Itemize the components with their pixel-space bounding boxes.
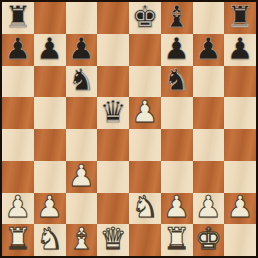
square-e4[interactable] (129, 129, 161, 161)
square-f7[interactable]: ♟ (161, 34, 193, 66)
square-c8[interactable] (66, 2, 98, 34)
square-c1[interactable]: ♝ (66, 224, 98, 256)
square-c4[interactable] (66, 129, 98, 161)
piece-white-rook-a1[interactable]: ♜ (4, 224, 31, 254)
square-a1[interactable]: ♜ (2, 224, 34, 256)
square-a4[interactable] (2, 129, 34, 161)
square-e6[interactable] (129, 66, 161, 98)
square-f5[interactable] (161, 97, 193, 129)
piece-black-pawn-c7[interactable]: ♟ (68, 34, 95, 64)
square-e5[interactable]: ♟ (129, 97, 161, 129)
square-b2[interactable]: ♟ (34, 193, 66, 225)
piece-white-king-g1[interactable]: ♚ (195, 224, 222, 254)
square-g3[interactable] (193, 161, 225, 193)
piece-white-pawn-e5[interactable]: ♟ (131, 97, 158, 127)
square-h1[interactable] (224, 224, 256, 256)
square-c6[interactable]: ♞ (66, 66, 98, 98)
square-a2[interactable]: ♟ (2, 193, 34, 225)
piece-black-pawn-f7[interactable]: ♟ (163, 34, 190, 64)
square-f2[interactable]: ♟ (161, 193, 193, 225)
square-e8[interactable]: ♚ (129, 2, 161, 34)
square-a5[interactable] (2, 97, 34, 129)
square-e1[interactable] (129, 224, 161, 256)
square-g6[interactable] (193, 66, 225, 98)
piece-black-pawn-b7[interactable]: ♟ (36, 34, 63, 64)
square-g5[interactable] (193, 97, 225, 129)
square-e2[interactable]: ♞ (129, 193, 161, 225)
square-b5[interactable] (34, 97, 66, 129)
square-h8[interactable]: ♜ (224, 2, 256, 34)
square-d5[interactable]: ♛ (97, 97, 129, 129)
square-a3[interactable] (2, 161, 34, 193)
piece-black-bishop-f8[interactable]: ♝ (163, 2, 190, 32)
square-f1[interactable]: ♜ (161, 224, 193, 256)
square-c5[interactable] (66, 97, 98, 129)
square-c2[interactable] (66, 193, 98, 225)
square-c3[interactable]: ♟ (66, 161, 98, 193)
square-g8[interactable] (193, 2, 225, 34)
square-c7[interactable]: ♟ (66, 34, 98, 66)
piece-white-pawn-f2[interactable]: ♟ (163, 193, 190, 223)
square-d4[interactable] (97, 129, 129, 161)
square-d1[interactable]: ♛ (97, 224, 129, 256)
chess-board-frame: ♜♚♝♜♟♟♟♟♟♟♞♞♛♟♟♟♟♞♟♟♟♜♞♝♛♜♚ (0, 0, 258, 258)
square-h2[interactable]: ♟ (224, 193, 256, 225)
piece-white-knight-b1[interactable]: ♞ (36, 224, 63, 254)
piece-white-queen-d1[interactable]: ♛ (100, 224, 127, 254)
square-f3[interactable] (161, 161, 193, 193)
square-h4[interactable] (224, 129, 256, 161)
square-h7[interactable]: ♟ (224, 34, 256, 66)
piece-black-rook-a8[interactable]: ♜ (4, 2, 31, 32)
square-h6[interactable] (224, 66, 256, 98)
square-b8[interactable] (34, 2, 66, 34)
piece-black-pawn-h7[interactable]: ♟ (227, 34, 254, 64)
piece-black-king-e8[interactable]: ♚ (131, 2, 158, 32)
piece-white-bishop-c1[interactable]: ♝ (68, 224, 95, 254)
square-b3[interactable] (34, 161, 66, 193)
square-d6[interactable] (97, 66, 129, 98)
piece-white-rook-f1[interactable]: ♜ (163, 224, 190, 254)
piece-black-knight-f6[interactable]: ♞ (163, 66, 190, 96)
square-f6[interactable]: ♞ (161, 66, 193, 98)
square-b4[interactable] (34, 129, 66, 161)
square-e7[interactable] (129, 34, 161, 66)
square-f4[interactable] (161, 129, 193, 161)
piece-black-pawn-a7[interactable]: ♟ (4, 34, 31, 64)
square-d2[interactable] (97, 193, 129, 225)
square-g2[interactable]: ♟ (193, 193, 225, 225)
square-d3[interactable] (97, 161, 129, 193)
square-h3[interactable] (224, 161, 256, 193)
square-a6[interactable] (2, 66, 34, 98)
square-g4[interactable] (193, 129, 225, 161)
piece-black-rook-h8[interactable]: ♜ (227, 2, 254, 32)
chess-board: ♜♚♝♜♟♟♟♟♟♟♞♞♛♟♟♟♟♞♟♟♟♜♞♝♛♜♚ (2, 2, 256, 256)
square-a8[interactable]: ♜ (2, 2, 34, 34)
piece-black-pawn-g7[interactable]: ♟ (195, 34, 222, 64)
square-g1[interactable]: ♚ (193, 224, 225, 256)
square-e3[interactable] (129, 161, 161, 193)
square-b7[interactable]: ♟ (34, 34, 66, 66)
square-b1[interactable]: ♞ (34, 224, 66, 256)
square-d7[interactable] (97, 34, 129, 66)
square-b6[interactable] (34, 66, 66, 98)
piece-black-queen-d5[interactable]: ♛ (100, 97, 127, 127)
square-a7[interactable]: ♟ (2, 34, 34, 66)
square-f8[interactable]: ♝ (161, 2, 193, 34)
piece-white-pawn-a2[interactable]: ♟ (4, 193, 31, 223)
piece-white-knight-e2[interactable]: ♞ (131, 193, 158, 223)
square-d8[interactable] (97, 2, 129, 34)
piece-white-pawn-b2[interactable]: ♟ (36, 193, 63, 223)
piece-white-pawn-h2[interactable]: ♟ (227, 193, 254, 223)
piece-white-pawn-g2[interactable]: ♟ (195, 193, 222, 223)
square-g7[interactable]: ♟ (193, 34, 225, 66)
square-h5[interactable] (224, 97, 256, 129)
piece-black-knight-c6[interactable]: ♞ (68, 66, 95, 96)
piece-white-pawn-c3[interactable]: ♟ (68, 161, 95, 191)
